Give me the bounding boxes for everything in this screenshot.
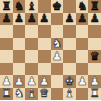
piece-white-knight: ♞ bbox=[14, 88, 24, 100]
square-b4[interactable] bbox=[13, 50, 26, 63]
square-h5[interactable] bbox=[88, 38, 101, 51]
square-c3[interactable] bbox=[25, 63, 38, 76]
square-d2[interactable]: ♟ bbox=[38, 75, 51, 88]
square-f3[interactable] bbox=[63, 63, 76, 76]
piece-white-pawn: ♟ bbox=[14, 75, 24, 87]
piece-black-pawn: ♟ bbox=[39, 13, 49, 25]
square-d5[interactable] bbox=[38, 38, 51, 51]
square-h7[interactable]: ♟ bbox=[88, 13, 101, 26]
square-g8[interactable]: ♞ bbox=[76, 0, 89, 13]
piece-black-knight: ♞ bbox=[77, 0, 87, 12]
piece-black-pawn: ♟ bbox=[64, 13, 74, 25]
square-d1[interactable]: ♛ bbox=[38, 88, 51, 101]
piece-black-pawn: ♟ bbox=[90, 13, 100, 25]
square-f4[interactable] bbox=[63, 50, 76, 63]
square-b2[interactable]: ♟ bbox=[13, 75, 26, 88]
square-h1[interactable]: ♜ bbox=[88, 88, 101, 101]
piece-white-rook: ♜ bbox=[1, 88, 11, 100]
square-h6[interactable] bbox=[88, 25, 101, 38]
square-f7[interactable]: ♟ bbox=[63, 13, 76, 26]
square-g1[interactable] bbox=[76, 88, 89, 101]
square-e2[interactable] bbox=[51, 75, 64, 88]
square-a6[interactable] bbox=[0, 25, 13, 38]
square-e3[interactable] bbox=[51, 63, 64, 76]
piece-black-pawn: ♟ bbox=[77, 13, 87, 25]
square-c7[interactable]: ♟ bbox=[25, 13, 38, 26]
piece-white-pawn: ♟ bbox=[39, 75, 49, 87]
square-g3[interactable] bbox=[76, 63, 89, 76]
piece-white-knight: ♞ bbox=[52, 38, 62, 50]
piece-black-bishop: ♝ bbox=[26, 0, 36, 12]
square-h4[interactable]: ♛ bbox=[88, 50, 101, 63]
square-b6[interactable] bbox=[13, 25, 26, 38]
square-g2[interactable]: ♟ bbox=[76, 75, 89, 88]
square-e7[interactable] bbox=[51, 13, 64, 26]
square-h2[interactable]: ♟ bbox=[88, 75, 101, 88]
piece-white-pawn: ♟ bbox=[1, 75, 11, 87]
square-g6[interactable] bbox=[76, 25, 89, 38]
piece-white-pawn: ♟ bbox=[77, 75, 87, 87]
piece-white-queen: ♛ bbox=[39, 88, 49, 100]
piece-white-bishop: ♝ bbox=[64, 88, 74, 100]
square-f1[interactable]: ♝ bbox=[63, 88, 76, 101]
piece-black-pawn: ♟ bbox=[14, 13, 24, 25]
chess-board: ♜♞♝♚♞♜♟♟♟♟♟♟♟♞♟♛♟♟♟♟♚♟♟♜♞♝♛♝♜ bbox=[0, 0, 101, 100]
square-h3[interactable] bbox=[88, 63, 101, 76]
square-b3[interactable] bbox=[13, 63, 26, 76]
piece-black-rook: ♜ bbox=[90, 0, 100, 12]
square-f8[interactable] bbox=[63, 0, 76, 13]
square-f6[interactable] bbox=[63, 25, 76, 38]
square-a4[interactable] bbox=[0, 50, 13, 63]
square-e1[interactable] bbox=[51, 88, 64, 101]
piece-white-king: ♚ bbox=[64, 75, 74, 87]
square-a7[interactable]: ♟ bbox=[0, 13, 13, 26]
square-c2[interactable]: ♟ bbox=[25, 75, 38, 88]
square-d8[interactable] bbox=[38, 0, 51, 13]
piece-black-pawn: ♟ bbox=[1, 13, 11, 25]
square-c1[interactable]: ♝ bbox=[25, 88, 38, 101]
piece-black-rook: ♜ bbox=[1, 0, 11, 12]
square-d6[interactable] bbox=[38, 25, 51, 38]
piece-white-pawn: ♟ bbox=[90, 75, 100, 87]
square-f5[interactable] bbox=[63, 38, 76, 51]
square-e5[interactable]: ♞ bbox=[51, 38, 64, 51]
square-h8[interactable]: ♜ bbox=[88, 0, 101, 13]
square-a3[interactable] bbox=[0, 63, 13, 76]
square-a1[interactable]: ♜ bbox=[0, 88, 13, 101]
piece-white-rook: ♜ bbox=[90, 88, 100, 100]
square-b1[interactable]: ♞ bbox=[13, 88, 26, 101]
piece-black-queen: ♛ bbox=[90, 50, 100, 62]
square-c5[interactable] bbox=[25, 38, 38, 51]
square-e6[interactable] bbox=[51, 25, 64, 38]
square-e8[interactable]: ♚ bbox=[51, 0, 64, 13]
piece-white-bishop: ♝ bbox=[26, 88, 36, 100]
square-g4[interactable] bbox=[76, 50, 89, 63]
square-c8[interactable]: ♝ bbox=[25, 0, 38, 13]
square-e4[interactable]: ♟ bbox=[51, 50, 64, 63]
piece-white-pawn: ♟ bbox=[52, 50, 62, 62]
piece-black-king: ♚ bbox=[52, 0, 62, 12]
square-d3[interactable] bbox=[38, 63, 51, 76]
square-a8[interactable]: ♜ bbox=[0, 0, 13, 13]
square-d7[interactable]: ♟ bbox=[38, 13, 51, 26]
square-f2[interactable]: ♚ bbox=[63, 75, 76, 88]
piece-black-pawn: ♟ bbox=[26, 13, 36, 25]
square-d4[interactable] bbox=[38, 50, 51, 63]
square-a2[interactable]: ♟ bbox=[0, 75, 13, 88]
square-b8[interactable]: ♞ bbox=[13, 0, 26, 13]
square-c6[interactable] bbox=[25, 25, 38, 38]
piece-black-knight: ♞ bbox=[14, 0, 24, 12]
square-b7[interactable]: ♟ bbox=[13, 13, 26, 26]
square-g5[interactable] bbox=[76, 38, 89, 51]
square-a5[interactable] bbox=[0, 38, 13, 51]
piece-white-pawn: ♟ bbox=[26, 75, 36, 87]
square-c4[interactable] bbox=[25, 50, 38, 63]
square-b5[interactable] bbox=[13, 38, 26, 51]
square-g7[interactable]: ♟ bbox=[76, 13, 89, 26]
